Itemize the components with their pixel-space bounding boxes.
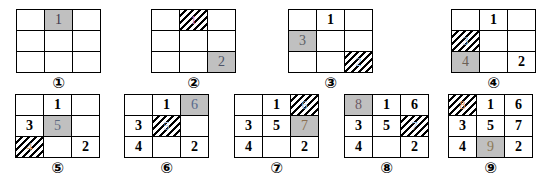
digit-3: 3 — [26, 119, 33, 133]
digit-4: 4 — [245, 140, 252, 154]
digit-3: 3 — [459, 119, 466, 133]
cell-r3c1 — [289, 52, 316, 72]
board-step-9: 816357492 — [448, 94, 533, 158]
cell-r2c1: 3 — [449, 116, 476, 136]
digit-5: 5 — [487, 119, 494, 133]
cell-r2c3 — [208, 31, 235, 51]
cell-r3c1 — [17, 52, 44, 72]
digit-3: 3 — [463, 35, 469, 47]
puzzle-step-2: 12② — [151, 9, 236, 91]
digit-2: 2 — [518, 55, 525, 69]
digit-1: 1 — [163, 98, 170, 112]
cell-r1c3 — [345, 10, 372, 30]
cell-r1c1 — [235, 95, 262, 115]
digit-1: 1 — [273, 98, 280, 112]
digit-4: 4 — [135, 140, 142, 154]
cell-r2c2 — [180, 31, 207, 51]
cell-r2c3: 7 — [291, 116, 318, 136]
puzzle-step-3: 132③ — [288, 9, 373, 91]
digit-5: 5 — [383, 119, 390, 133]
cell-r2c3 — [508, 31, 535, 51]
digit-1: 1 — [487, 98, 494, 112]
step-number-label-2: ② — [187, 75, 200, 91]
digit-2: 2 — [301, 140, 308, 154]
digit-1: 1 — [327, 13, 334, 27]
step-number-label-3: ③ — [324, 75, 337, 91]
digit-7: 7 — [515, 119, 522, 133]
cell-r1c3 — [72, 95, 99, 115]
cell-r2c1: 3 — [345, 116, 372, 136]
cell-r2c2 — [480, 31, 507, 51]
cell-r3c3: 2 — [72, 137, 99, 157]
cell-r3c3: 2 — [401, 137, 428, 157]
step-number-label-6: ⑥ — [160, 160, 173, 176]
cell-r1c3: 6 — [505, 95, 532, 115]
cell-r2c3 — [345, 31, 372, 51]
cell-r3c1: 4 — [449, 137, 476, 157]
digit-1: 1 — [54, 98, 61, 112]
steps-row-2: 13542⑤163542⑥1635742⑦81635742⑧816357492⑨ — [0, 94, 552, 176]
digit-2: 2 — [191, 140, 198, 154]
digit-3: 3 — [299, 34, 306, 48]
digit-4: 4 — [462, 55, 469, 69]
cell-r1c3 — [73, 10, 100, 30]
step-number-label-9: ⑨ — [484, 160, 497, 176]
board-step-2: 12 — [151, 9, 236, 73]
digit-1: 1 — [191, 14, 197, 26]
cell-r1c3: 6 — [401, 95, 428, 115]
cell-r2c3 — [181, 116, 208, 136]
board-step-3: 132 — [288, 9, 373, 73]
cell-r2c1 — [17, 31, 44, 51]
digit-4: 4 — [27, 141, 33, 153]
cell-r1c1 — [125, 95, 152, 115]
cell-r1c2: 1 — [180, 10, 207, 30]
cell-r2c2: 5 — [373, 116, 400, 136]
cell-r2c1 — [152, 31, 179, 51]
digit-8: 8 — [460, 99, 466, 111]
cell-r2c3: 7 — [401, 116, 428, 136]
cell-r3c1: 4 — [16, 137, 43, 157]
cell-r3c3: 2 — [208, 52, 235, 72]
cell-r1c3: 6 — [291, 95, 318, 115]
cell-r1c2: 1 — [263, 95, 290, 115]
cell-r3c1: 4 — [235, 137, 262, 157]
cell-r1c2: 1 — [480, 10, 507, 30]
cell-r1c2: 1 — [45, 10, 72, 30]
cell-r1c1: 8 — [345, 95, 372, 115]
digit-5: 5 — [273, 119, 280, 133]
cell-r1c3 — [508, 10, 535, 30]
cell-r2c3: 7 — [505, 116, 532, 136]
cell-r1c2: 1 — [44, 95, 71, 115]
cell-r3c2 — [263, 137, 290, 157]
cell-r2c3 — [73, 31, 100, 51]
puzzle-step-1: 1① — [16, 9, 101, 91]
cell-r1c3 — [208, 10, 235, 30]
cell-r3c2 — [317, 52, 344, 72]
board-step-1: 1 — [16, 9, 101, 73]
digit-2: 2 — [218, 55, 225, 69]
digit-6: 6 — [302, 99, 308, 111]
step-number-label-8: ⑧ — [380, 160, 393, 176]
step-number-label-5: ⑤ — [51, 160, 64, 176]
puzzle-step-7: 1635742⑦ — [234, 94, 319, 176]
cell-r1c1: 8 — [449, 95, 476, 115]
digit-2: 2 — [515, 140, 522, 154]
cell-r2c2: 5 — [477, 116, 504, 136]
puzzle-step-6: 163542⑥ — [124, 94, 209, 176]
cell-r3c2 — [480, 52, 507, 72]
digit-9: 9 — [487, 140, 494, 154]
cell-r1c2: 1 — [317, 10, 344, 30]
digit-6: 6 — [515, 98, 522, 112]
step-number-label-7: ⑦ — [270, 160, 283, 176]
cell-r3c3: 2 — [291, 137, 318, 157]
digit-5: 5 — [54, 119, 61, 133]
cell-r3c1 — [152, 52, 179, 72]
cell-r2c3 — [72, 116, 99, 136]
digit-5: 5 — [164, 120, 170, 132]
cell-r3c3: 2 — [505, 137, 532, 157]
board-step-5: 13542 — [15, 94, 100, 158]
cell-r1c1 — [16, 95, 43, 115]
digit-3: 3 — [135, 119, 142, 133]
digit-1: 1 — [490, 13, 497, 27]
cell-r2c2: 5 — [153, 116, 180, 136]
digit-6: 6 — [411, 98, 418, 112]
cell-r2c2: 5 — [263, 116, 290, 136]
cell-r2c2: 5 — [44, 116, 71, 136]
cell-r3c3: 2 — [508, 52, 535, 72]
cell-r3c3: 2 — [345, 52, 372, 72]
digit-1: 1 — [383, 98, 390, 112]
cell-r2c2 — [317, 31, 344, 51]
cell-r3c1: 4 — [345, 137, 372, 157]
cell-r2c1: 3 — [289, 31, 316, 51]
digit-1: 1 — [55, 13, 62, 27]
cell-r1c1 — [289, 10, 316, 30]
cell-r1c1 — [17, 10, 44, 30]
cell-r1c1 — [152, 10, 179, 30]
cell-r3c3 — [73, 52, 100, 72]
digit-2: 2 — [82, 140, 89, 154]
cell-r1c2: 1 — [477, 95, 504, 115]
cell-r1c2: 1 — [153, 95, 180, 115]
board-step-4: 1342 — [451, 9, 536, 73]
cell-r1c1 — [452, 10, 479, 30]
cell-r2c1: 3 — [16, 116, 43, 136]
step-number-label-1: ① — [52, 75, 65, 91]
puzzle-step-8: 81635742⑧ — [344, 94, 429, 176]
cell-r3c2 — [373, 137, 400, 157]
cell-r3c2 — [45, 52, 72, 72]
digit-2: 2 — [411, 140, 418, 154]
digit-3: 3 — [245, 119, 252, 133]
board-step-6: 163542 — [124, 94, 209, 158]
digit-4: 4 — [355, 140, 362, 154]
cell-r1c2: 1 — [373, 95, 400, 115]
steps-row-1: 1①12②132③1342④ — [0, 9, 552, 91]
cell-r2c1: 3 — [452, 31, 479, 51]
cell-r3c1: 4 — [452, 52, 479, 72]
digit-3: 3 — [355, 119, 362, 133]
digit-4: 4 — [459, 140, 466, 154]
digit-7: 7 — [301, 119, 308, 133]
cell-r3c2 — [44, 137, 71, 157]
cell-r3c2 — [180, 52, 207, 72]
magic-square-worksheet: 1①12②132③1342④ 13542⑤163542⑥1635742⑦8163… — [0, 0, 552, 176]
step-number-label-4: ④ — [487, 75, 500, 91]
puzzle-step-4: 1342④ — [451, 9, 536, 91]
cell-r3c1: 4 — [125, 137, 152, 157]
digit-2: 2 — [356, 56, 362, 68]
puzzle-step-9: 816357492⑨ — [448, 94, 533, 176]
board-step-7: 1635742 — [234, 94, 319, 158]
cell-r2c2 — [45, 31, 72, 51]
cell-r3c2 — [153, 137, 180, 157]
digit-8: 8 — [355, 98, 362, 112]
puzzle-step-5: 13542⑤ — [15, 94, 100, 176]
cell-r3c3: 2 — [181, 137, 208, 157]
cell-r2c1: 3 — [235, 116, 262, 136]
cell-r1c3: 6 — [181, 95, 208, 115]
cell-r3c2: 9 — [477, 137, 504, 157]
digit-7: 7 — [412, 120, 418, 132]
board-step-8: 81635742 — [344, 94, 429, 158]
digit-6: 6 — [191, 98, 198, 112]
cell-r2c1: 3 — [125, 116, 152, 136]
